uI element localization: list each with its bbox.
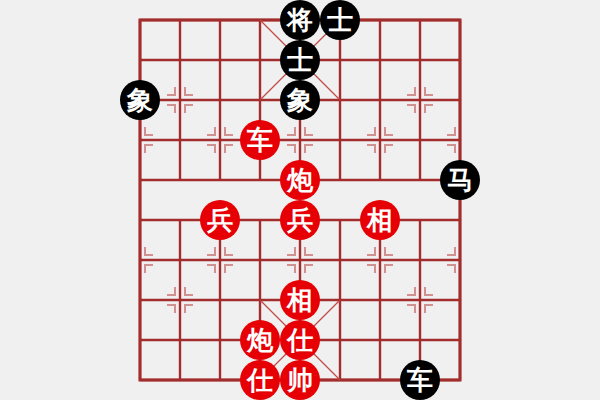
piece-red-advisor[interactable]: 仕 [240, 360, 280, 400]
piece-black-elephant[interactable]: 象 [280, 80, 320, 120]
piece-red-advisor[interactable]: 仕 [280, 320, 320, 360]
piece-red-general[interactable]: 帅 [280, 360, 320, 400]
piece-red-cannon[interactable]: 炮 [280, 160, 320, 200]
piece-red-chariot[interactable]: 车 [240, 120, 280, 160]
piece-black-advisor[interactable]: 士 [280, 40, 320, 80]
board: 将士士象象马车车炮兵兵相相炮仕仕帅 [120, 0, 480, 400]
piece-red-elephant[interactable]: 相 [280, 280, 320, 320]
xiangqi-board-screen: 将士士象象马车车炮兵兵相相炮仕仕帅 [0, 0, 600, 400]
piece-black-chariot[interactable]: 车 [400, 360, 440, 400]
piece-black-elephant[interactable]: 象 [120, 80, 160, 120]
piece-red-soldier[interactable]: 兵 [280, 200, 320, 240]
piece-black-advisor[interactable]: 士 [320, 0, 360, 40]
piece-black-general[interactable]: 将 [280, 0, 320, 40]
piece-black-horse[interactable]: 马 [440, 160, 480, 200]
piece-red-soldier[interactable]: 兵 [200, 200, 240, 240]
piece-red-elephant[interactable]: 相 [360, 200, 400, 240]
piece-red-cannon[interactable]: 炮 [240, 320, 280, 360]
